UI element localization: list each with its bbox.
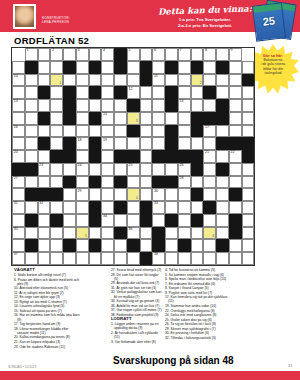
grid-cell-r3c6[interactable] (76, 74, 89, 87)
grid-cell-r6c11[interactable] (140, 112, 153, 125)
caption-line2: LENA PERSSON (42, 20, 70, 24)
clue-number: 13 (14, 100, 18, 104)
grid-cell-r2c3[interactable] (38, 61, 51, 74)
grid-cell-r1c10[interactable]: 5 (127, 48, 140, 61)
grid-cell-r9c9 (114, 150, 127, 163)
grid-cell-r14c17[interactable] (216, 214, 229, 227)
grid-cell-r4c17[interactable] (216, 86, 229, 99)
grid-cell-r12c6[interactable]: 29 (76, 188, 89, 201)
starburst-line: tävlingskod (253, 71, 293, 75)
grid-cell-r10c3[interactable]: 23 (38, 163, 51, 176)
prize-line-1: 1:a pris: Två Sverigelotter. (150, 17, 260, 22)
grid-cell-r6c10[interactable]: 3 (127, 112, 140, 125)
grid-cell-r12c1[interactable] (12, 188, 25, 201)
grid-cell-r16c1[interactable] (12, 239, 25, 252)
grid-cell-r3c3[interactable] (38, 74, 51, 87)
grid-cell-r15c8[interactable] (101, 227, 114, 240)
grid-cell-r3c4[interactable]: 1 (50, 74, 63, 87)
grid-cell-r11c13 (165, 176, 178, 189)
grid-cell-r2c9 (114, 61, 127, 74)
grid-cell-r15c15[interactable] (191, 227, 204, 240)
clue: 16. Har en mamma som fick milda små barn… (14, 313, 80, 321)
grid-cell-r11c5 (63, 176, 76, 189)
grid-cell-r12c14[interactable] (178, 188, 191, 201)
clue: 29. Används där väl lästa ord (7) (111, 281, 163, 285)
grid-cell-r3c12[interactable]: 11 (152, 74, 165, 87)
grid-cell-r1c17[interactable] (216, 48, 229, 61)
grid-cell-r10c9[interactable] (114, 163, 127, 176)
grid-cell-r1c3[interactable] (38, 48, 51, 61)
grid-cell-r16c3[interactable] (38, 239, 51, 252)
grid-cell-r7c17[interactable] (216, 125, 229, 138)
grid-cell-r3c16[interactable] (203, 74, 216, 87)
grid-cell-r15c7[interactable] (89, 227, 102, 240)
grid-cell-r15c11[interactable] (140, 227, 153, 240)
grid-cell-r13c14[interactable] (178, 201, 191, 214)
grid-cell-r6c17 (216, 112, 229, 125)
grid-cell-r17c9[interactable] (114, 252, 127, 265)
grid-cell-r13c3[interactable]: 32 (38, 201, 51, 214)
grid-cell-r7c18[interactable] (229, 125, 242, 138)
grid-cell-r13c13[interactable] (165, 201, 178, 214)
grid-cell-r5c7[interactable] (89, 99, 102, 112)
grid-cell-r2c14[interactable] (178, 61, 191, 74)
grid-cell-r8c13 (165, 137, 178, 150)
grid-cell-r6c8[interactable]: 15 (101, 112, 114, 125)
grid-cell-r5c2[interactable] (25, 99, 38, 112)
grid-cell-r3c15[interactable]: 2 (191, 74, 204, 87)
grid-cell-r10c19[interactable] (242, 163, 255, 176)
grid-cell-r9c3[interactable] (38, 150, 51, 163)
grid-cell-r6c18[interactable] (229, 112, 242, 125)
grid-cell-r8c16[interactable] (203, 137, 216, 150)
clue-number: 20 (14, 151, 18, 155)
grid-cell-r13c5[interactable] (63, 201, 76, 214)
lottery-ticket-front: 25 (252, 2, 286, 41)
grid-cell-r1c18[interactable]: 9 (229, 48, 242, 61)
grid-cell-r15c2[interactable] (25, 227, 38, 240)
grid-cell-r8c1[interactable] (12, 137, 25, 150)
grid-cell-r3c18[interactable] (229, 74, 242, 87)
clue: 23. Öde för stadens Robinson (11) (14, 345, 80, 349)
grid-cell-r3c14[interactable] (178, 74, 191, 87)
grid-cell-r12c8[interactable] (101, 188, 114, 201)
grid-cell-r16c11[interactable] (140, 239, 153, 252)
grid-cell-r13c2[interactable] (25, 201, 38, 214)
grid-cell-r6c4[interactable] (50, 112, 63, 125)
grid-cell-r16c18[interactable] (229, 239, 242, 252)
grid-cell-r5c4[interactable] (50, 99, 63, 112)
portrait-image (15, 6, 34, 27)
grid-cell-r5c9[interactable] (114, 99, 127, 112)
grid-cell-r17c16[interactable] (203, 252, 216, 265)
grid-cell-r2c12[interactable] (152, 61, 165, 74)
grid-cell-r7c3[interactable] (38, 125, 51, 138)
grid-cell-r6c19[interactable] (242, 112, 255, 125)
grid-cell-r15c1[interactable]: 35 (12, 227, 25, 240)
grid-cell-r7c14[interactable] (178, 125, 191, 138)
grid-cell-r6c15 (191, 112, 204, 125)
grid-cell-r11c3[interactable] (38, 176, 51, 189)
grid-cell-r13c7 (89, 201, 102, 214)
grid-cell-r14c5[interactable] (63, 214, 76, 227)
grid-cell-r14c10[interactable] (127, 214, 140, 227)
grid-cell-r11c1[interactable]: 27 (12, 176, 25, 189)
grid-cell-r17c14[interactable] (178, 252, 191, 265)
grid-cell-r13c15[interactable] (191, 201, 204, 214)
page-number: 31 (288, 363, 292, 368)
grid-cell-r17c5[interactable] (63, 252, 76, 265)
grid-cell-r13c1[interactable]: 31 (12, 201, 25, 214)
grid-cell-r8c15[interactable] (191, 137, 204, 150)
grid-cell-r17c12[interactable]: 38 (152, 252, 165, 265)
grid-cell-r4c6[interactable] (76, 86, 89, 99)
grid-cell-r9c11[interactable] (140, 150, 153, 163)
grid-cell-r15c6[interactable]: 5 (76, 227, 89, 240)
grid-cell-r11c14[interactable]: 28 (178, 176, 191, 189)
grid-cell-r8c4[interactable] (50, 137, 63, 150)
grid-cell-r1c16[interactable]: 8 (203, 48, 216, 61)
grid-cell-r4c14[interactable] (178, 86, 191, 99)
grid-cell-r11c4[interactable] (50, 176, 63, 189)
clue-number: 2 (52, 49, 54, 53)
grid-cell-r2c4[interactable] (50, 61, 63, 74)
crossword-grid[interactable]: 1234567891011121213141531617181920212223… (11, 47, 255, 266)
grid-cell-r7c2[interactable] (25, 125, 38, 138)
grid-cell-r8c2[interactable] (25, 137, 38, 150)
grid-cell-r12c7[interactable] (89, 188, 102, 201)
grid-cell-r14c3[interactable] (38, 214, 51, 227)
grid-cell-r8c11[interactable] (140, 137, 153, 150)
grid-cell-r16c4[interactable] (50, 239, 63, 252)
grid-cell-r1c13[interactable] (165, 48, 178, 61)
grid-cell-r11c2[interactable] (25, 176, 38, 189)
grid-cell-r16c16[interactable] (203, 239, 216, 252)
grid-cell-r1c12[interactable]: 6 (152, 48, 165, 61)
clue: 34. Kvistad väg att gå genom (3) (111, 299, 163, 303)
grid-cell-r6c14[interactable] (178, 112, 191, 125)
grid-cell-r9c6[interactable] (76, 150, 89, 163)
grid-cell-r8c10[interactable] (127, 137, 140, 150)
grid-cell-r6c13[interactable] (165, 112, 178, 125)
clue-number: 30 (154, 190, 158, 194)
grid-cell-r10c14[interactable]: 26 (178, 163, 191, 176)
grid-cell-r4c12[interactable] (152, 86, 165, 99)
grid-cell-r17c13[interactable] (165, 252, 178, 265)
grid-cell-r5c5 (63, 99, 76, 112)
grid-cell-r5c19[interactable] (242, 99, 255, 112)
grid-cell-r3c7[interactable] (89, 74, 102, 87)
grid-cell-r5c8[interactable] (101, 99, 114, 112)
grid-cell-r4c11[interactable] (140, 86, 153, 99)
grid-cell-r7c4[interactable] (50, 125, 63, 138)
grid-cell-r15c10[interactable]: 36 (127, 227, 140, 240)
grid-cell-r6c12[interactable] (152, 112, 165, 125)
grid-cell-r17c17[interactable] (216, 252, 229, 265)
grid-cell-r14c4 (50, 214, 63, 227)
grid-cell-r14c1[interactable] (12, 214, 25, 227)
grid-cell-r16c9[interactable] (114, 239, 127, 252)
grid-cell-r7c11[interactable] (140, 125, 153, 138)
grid-cell-r17c2[interactable] (25, 252, 38, 265)
grid-cell-r3c17[interactable] (216, 74, 229, 87)
grid-cell-r4c2[interactable] (25, 86, 38, 99)
grid-cell-r1c2[interactable]: 1 (25, 48, 38, 61)
grid-cell-r12c5[interactable] (63, 188, 76, 201)
grid-cell-r2c10[interactable] (127, 61, 140, 74)
grid-cell-r9c17[interactable] (216, 150, 229, 163)
grid-cell-r8c8[interactable]: 19 (101, 137, 114, 150)
grid-cell-r4c19[interactable] (242, 86, 255, 99)
clue-number: 9 (230, 49, 232, 53)
grid-cell-r14c19[interactable] (242, 214, 255, 227)
grid-cell-r11c18[interactable] (229, 176, 242, 189)
grid-cell-r16c15[interactable] (191, 239, 204, 252)
grid-cell-r13c10[interactable] (127, 201, 140, 214)
grid-cell-r4c4[interactable] (50, 86, 63, 99)
grid-cell-r15c3[interactable] (38, 227, 51, 240)
code-cell-index: 3 (136, 120, 138, 123)
answer-coupon-note: Svarskupong på sidan 48 (113, 355, 234, 366)
grid-cell-r7c8[interactable] (101, 125, 114, 138)
grid-cell-r16c10 (127, 239, 140, 252)
grid-cell-r5c3[interactable] (38, 99, 51, 112)
grid-cell-r1c6[interactable]: 3 (76, 48, 89, 61)
grid-cell-r13c18[interactable] (229, 201, 242, 214)
grid-cell-r15c19[interactable] (242, 227, 255, 240)
grid-cell-r8c12[interactable] (152, 137, 165, 150)
clue: 3. Vår förlamade åker efter (8) (111, 340, 163, 344)
grid-cell-r17c18[interactable] (229, 252, 242, 265)
grid-cell-r17c3[interactable] (38, 252, 51, 265)
grid-cell-r2c1[interactable] (12, 61, 25, 74)
grid-cell-r5c14[interactable]: 14 (178, 99, 191, 112)
grid-cell-r6c2[interactable] (25, 112, 38, 125)
grid-cell-r9c18[interactable]: 22 (229, 150, 242, 163)
grid-cell-r17c15[interactable] (191, 252, 204, 265)
grid-cell-r10c6[interactable]: 24 (76, 163, 89, 176)
grid-cell-r4c10[interactable]: 12 (127, 86, 140, 99)
grid-cell-r3c2[interactable] (25, 74, 38, 87)
grid-cell-r8c7 (89, 137, 102, 150)
grid-cell-r8c14[interactable] (178, 137, 191, 150)
clue: 7. Ett ordnamn likt rimmad dikt (6) (165, 282, 229, 286)
grid-cell-r3c10[interactable] (127, 74, 140, 87)
grid-cell-r16c2 (25, 239, 38, 252)
grid-cell-r7c1[interactable]: 16 (12, 125, 25, 138)
grid-cell-r11c6[interactable] (76, 176, 89, 189)
grid-cell-r5c13 (165, 99, 178, 112)
grid-cell-r12c9[interactable] (114, 188, 127, 201)
clue-number: 37 (14, 253, 18, 257)
grid-cell-r14c9[interactable] (114, 214, 127, 227)
grid-cell-r5c18[interactable] (229, 99, 242, 112)
grid-cell-r10c12[interactable] (152, 163, 165, 176)
grid-cell-r11c10[interactable] (127, 176, 140, 189)
clue: 4. Tid för kusinerna att komma (5) (165, 268, 229, 272)
grid-cell-r2c6[interactable] (76, 61, 89, 74)
magazine-page: KONSTRUKTÖR: LENA PERSSON Detta kan du v… (0, 0, 300, 380)
grid-cell-r3c13[interactable] (165, 74, 178, 87)
grid-cell-r12c19[interactable] (242, 188, 255, 201)
ticket-value: 25 (254, 13, 283, 28)
grid-cell-r10c10[interactable]: 25 (127, 163, 140, 176)
grid-cell-r7c16[interactable]: 17 (203, 125, 216, 138)
grid-cell-r11c15[interactable] (191, 176, 204, 189)
grid-cell-r11c19[interactable] (242, 176, 255, 189)
grid-cell-r2c16[interactable] (203, 61, 216, 74)
grid-cell-r17c19[interactable] (242, 252, 255, 265)
grid-cell-r16c19[interactable] (242, 239, 255, 252)
grid-cell-r13c8[interactable] (101, 201, 114, 214)
grid-cell-r15c17[interactable] (216, 227, 229, 240)
grid-cell-r9c14 (178, 150, 191, 163)
grid-cell-r15c5[interactable] (63, 227, 76, 240)
grid-cell-r6c5 (63, 112, 76, 125)
grid-cell-r6c6[interactable] (76, 112, 89, 125)
grid-cell-r17c1[interactable]: 37 (12, 252, 25, 265)
grid-cell-r1c15[interactable] (191, 48, 204, 61)
grid-cell-r14c11 (140, 214, 153, 227)
grid-cell-r16c6[interactable] (76, 239, 89, 252)
grid-cell-r8c18 (229, 137, 242, 150)
grid-cell-r7c7[interactable] (89, 125, 102, 138)
grid-cell-r16c13[interactable] (165, 239, 178, 252)
grid-cell-r15c16[interactable]: 6 (203, 227, 216, 240)
grid-cell-r14c16[interactable] (203, 214, 216, 227)
grid-cell-r2c18[interactable] (229, 61, 242, 74)
grid-cell-r1c5[interactable] (63, 48, 76, 61)
grid-cell-r17c10[interactable] (127, 252, 140, 265)
clue: 18. Liknar mannekänger klädda efter sena… (14, 327, 80, 335)
grid-cell-r1c8[interactable]: 4 (101, 48, 114, 61)
grid-cell-r14c8[interactable]: 34 (101, 214, 114, 227)
clue: 26. Ta sig en förstulen titt i facit (8) (165, 322, 229, 326)
grid-cell-r2c8[interactable] (101, 61, 114, 74)
grid-cell-r12c16[interactable] (203, 188, 216, 201)
grid-cell-r2c19[interactable] (242, 61, 255, 74)
grid-cell-r1c4[interactable]: 2 (50, 48, 63, 61)
grid-cell-r7c6[interactable] (76, 125, 89, 138)
clue-number: 11 (154, 75, 158, 79)
grid-cell-r11c8[interactable] (101, 176, 114, 189)
clue-number: 24 (77, 164, 81, 168)
grid-cell-r12c17[interactable] (216, 188, 229, 201)
grid-cell-r14c14[interactable] (178, 214, 191, 227)
grid-cell-r6c1[interactable] (12, 112, 25, 125)
grid-cell-r10c5[interactable] (63, 163, 76, 176)
grid-cell-r17c8[interactable] (101, 252, 114, 265)
clue-number: 25 (128, 164, 132, 168)
grid-cell-r9c8[interactable] (101, 150, 114, 163)
bottom-red-bar (0, 371, 300, 380)
grid-cell-r4c15[interactable] (191, 86, 204, 99)
clue: 9. Pugilist som sätts med list (7) (165, 291, 229, 295)
grid-cell-r13c19[interactable] (242, 201, 255, 214)
grid-cell-r5c1[interactable]: 13 (12, 99, 25, 112)
grid-cell-r10c18[interactable] (229, 163, 242, 176)
grid-cell-r3c5[interactable] (63, 74, 76, 87)
grid-cell-r15c13[interactable] (165, 227, 178, 240)
clue-number: 3 (77, 49, 79, 53)
grid-cell-r13c16 (203, 201, 216, 214)
grid-cell-r8c6[interactable]: 18 (76, 137, 89, 150)
grid-cell-r3c8[interactable] (101, 74, 114, 87)
grid-cell-r6c9[interactable] (114, 112, 127, 125)
grid-cell-r1c14[interactable]: 7 (178, 48, 191, 61)
grid-cell-r10c11[interactable] (140, 163, 153, 176)
grid-cell-r10c8[interactable] (101, 163, 114, 176)
grid-cell-r12c10[interactable]: 4 (127, 188, 140, 201)
grid-cell-r14c15 (191, 214, 204, 227)
grid-cell-r8c9[interactable] (114, 137, 127, 150)
grid-cell-r12c13[interactable] (165, 188, 178, 201)
grid-cell-r9c16[interactable]: 21 (203, 150, 216, 163)
grid-cell-r13c6[interactable] (76, 201, 89, 214)
starburst-text: Gör så här: Bokstäverna i de gula rutorn… (253, 54, 293, 75)
clue-number: 8 (205, 49, 207, 53)
grid-cell-r14c6[interactable] (76, 214, 89, 227)
grid-cell-r3c9[interactable] (114, 74, 127, 87)
grid-cell-r12c12[interactable]: 30 (152, 188, 165, 201)
grid-cell-r17c7[interactable] (89, 252, 102, 265)
grid-cell-r14c12[interactable] (152, 214, 165, 227)
grid-cell-r11c16[interactable] (203, 176, 216, 189)
grid-cell-r7c5[interactable] (63, 125, 76, 138)
grid-cell-r11c11[interactable] (140, 176, 153, 189)
clue-list-header: VÅGRÄTT (14, 268, 80, 272)
grid-cell-r3c1[interactable]: 10 (12, 74, 25, 87)
grid-cell-r1c11[interactable] (140, 48, 153, 61)
grid-cell-r17c4[interactable] (50, 252, 63, 265)
grid-cell-r13c4[interactable] (50, 201, 63, 214)
prize-banner: KONSTRUKTÖR: LENA PERSSON Detta kan du v… (0, 0, 300, 32)
grid-cell-r16c8[interactable] (101, 239, 114, 252)
grid-cell-r13c12[interactable]: 33 (152, 201, 165, 214)
grid-cell-r10c7[interactable] (89, 163, 102, 176)
grid-cell-r7c19[interactable] (242, 125, 255, 138)
grid-cell-r9c19 (242, 150, 255, 163)
grid-cell-r5c15[interactable] (191, 99, 204, 112)
grid-cell-r10c13[interactable] (165, 163, 178, 176)
grid-cell-r12c11[interactable] (140, 188, 153, 201)
grid-cell-r9c10 (127, 150, 140, 163)
ticket-strip (253, 3, 282, 12)
grid-cell-r5c16[interactable] (203, 99, 216, 112)
grid-cell-r16c7 (89, 239, 102, 252)
grid-cell-r5c6[interactable] (76, 99, 89, 112)
grid-cell-r9c2[interactable] (25, 150, 38, 163)
grid-cell-r11c17[interactable] (216, 176, 229, 189)
grid-cell-r7c9[interactable] (114, 125, 127, 138)
grid-cell-r15c14[interactable] (178, 227, 191, 240)
grid-cell-r15c4[interactable] (50, 227, 63, 240)
grid-cell-r5c12[interactable] (152, 99, 165, 112)
grid-cell-r13c17[interactable] (216, 201, 229, 214)
grid-cell-r9c1[interactable]: 20 (12, 150, 25, 163)
code-cell-index: 4 (136, 197, 138, 200)
grid-cell-r4c1[interactable] (12, 86, 25, 99)
grid-cell-r10c4[interactable] (50, 163, 63, 176)
grid-cell-r4c18[interactable] (229, 86, 242, 99)
grid-cell-r7c12[interactable] (152, 125, 165, 138)
grid-cell-r5c11[interactable] (140, 99, 153, 112)
grid-cell-r1c7[interactable] (89, 48, 102, 61)
grid-cell-r4c8[interactable] (101, 86, 114, 99)
grid-cell-r17c6[interactable] (76, 252, 89, 265)
grid-cell-r2c13 (165, 61, 178, 74)
grid-cell-r10c16[interactable] (203, 163, 216, 176)
